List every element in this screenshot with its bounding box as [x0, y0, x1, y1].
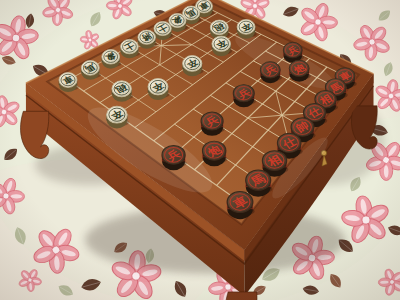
scene-canvas: 車馬象卒砲士將卒士兵象卒馬炮兵車車卒馬砲兵相仕卒兵帥仕炮兵相馬車 [0, 0, 400, 300]
xiangqi-photo-scene: 車馬象卒砲士將卒士兵象卒馬炮兵車車卒馬砲兵相仕卒兵帥仕炮兵相馬車 [0, 0, 400, 300]
piece-black-soldier[interactable]: 卒 [107, 106, 129, 128]
piece-black-cannon[interactable]: 砲 [112, 81, 133, 102]
piece-red-soldier[interactable]: 兵 [233, 85, 256, 108]
piece-red-soldier[interactable]: 兵 [260, 62, 282, 84]
piece-black-soldier[interactable]: 卒 [148, 79, 170, 100]
piece-red-cannon[interactable]: 炮 [289, 60, 311, 81]
table-leg-front [225, 292, 257, 300]
